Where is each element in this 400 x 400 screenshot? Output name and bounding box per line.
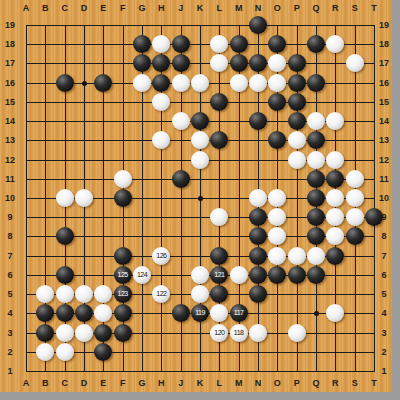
stone-white-J14[interactable] [172,112,190,130]
stone-black-M17[interactable] [230,54,248,72]
stone-black-G18[interactable] [133,35,151,53]
stone-black-H17[interactable] [152,54,170,72]
stone-black-Q11[interactable] [307,170,325,188]
left-row-label: 15 [3,96,17,108]
stone-black-O13[interactable] [268,131,286,149]
stone-white-Q7[interactable] [307,247,325,265]
star-point [82,81,87,86]
star-point [198,196,203,201]
stone-black-B3[interactable] [36,324,54,342]
stone-black-L6-move-121[interactable]: 121 [210,266,228,284]
stone-black-F7[interactable] [114,247,132,265]
top-col-label: Q [309,2,323,14]
right-row-label: 1 [377,365,391,377]
stone-black-O15[interactable] [268,93,286,111]
stone-white-O16[interactable] [268,74,286,92]
right-row-label: 10 [377,192,391,204]
bottom-col-label: F [116,377,130,389]
stone-black-J17[interactable] [172,54,190,72]
left-row-label: 2 [3,346,17,358]
stone-black-L15[interactable] [210,93,228,111]
stone-white-H7-move-126[interactable]: 126 [152,247,170,265]
bottom-col-label: P [290,377,304,389]
right-row-label: 4 [377,307,391,319]
right-row-label: 11 [377,173,391,185]
stone-black-N14[interactable] [249,112,267,130]
bottom-col-label: M [232,377,246,389]
bottom-col-label: S [348,377,362,389]
left-row-label: 16 [3,77,17,89]
bottom-col-label: D [77,377,91,389]
stone-black-K4-move-119[interactable]: 119 [191,304,209,322]
top-col-label: R [328,2,342,14]
left-row-label: 18 [3,38,17,50]
stone-black-F4[interactable] [114,304,132,322]
stone-white-L3-move-120[interactable]: 120 [210,324,228,342]
bottom-col-label: H [154,377,168,389]
go-board[interactable]: 126125124121123122119117120118 [0,0,392,392]
stone-black-N19[interactable] [249,16,267,34]
right-row-label: 17 [377,57,391,69]
right-row-label: 8 [377,230,391,242]
stone-white-R14[interactable] [326,112,344,130]
stone-black-F6-move-125[interactable]: 125 [114,266,132,284]
stone-black-F3[interactable] [114,324,132,342]
stone-white-D5[interactable] [75,285,93,303]
left-row-label: 10 [3,192,17,204]
stone-white-K6[interactable] [191,266,209,284]
stone-white-M16[interactable] [230,74,248,92]
stone-white-Q12[interactable] [307,151,325,169]
stone-black-H16[interactable] [152,74,170,92]
right-row-label: 7 [377,250,391,262]
top-col-label: N [251,2,265,14]
stone-black-E2[interactable] [94,343,112,361]
stone-black-G17[interactable] [133,54,151,72]
stone-white-K5[interactable] [191,285,209,303]
stone-black-Q8[interactable] [307,227,325,245]
stone-white-R9[interactable] [326,208,344,226]
stone-black-P16[interactable] [288,74,306,92]
top-col-label: C [58,2,72,14]
stone-black-R11[interactable] [326,170,344,188]
grid-vline [374,25,375,372]
top-col-label: F [116,2,130,14]
bottom-col-label: K [193,377,207,389]
stone-white-Q14[interactable] [307,112,325,130]
bottom-col-label: J [174,377,188,389]
top-col-label: P [290,2,304,14]
stone-white-B5[interactable] [36,285,54,303]
left-row-label: 7 [3,250,17,262]
stone-black-N17[interactable] [249,54,267,72]
stone-white-R10[interactable] [326,189,344,207]
right-row-label: 16 [377,77,391,89]
top-col-label: D [77,2,91,14]
stone-white-R8[interactable] [326,227,344,245]
stone-black-P15[interactable] [288,93,306,111]
stone-white-F11[interactable] [114,170,132,188]
top-col-label: K [193,2,207,14]
stone-white-S11[interactable] [346,170,364,188]
stone-white-R18[interactable] [326,35,344,53]
stone-black-E16[interactable] [94,74,112,92]
stone-black-C16[interactable] [56,74,74,92]
stone-white-L9[interactable] [210,208,228,226]
stone-black-B4[interactable] [36,304,54,322]
bottom-col-label: T [367,377,381,389]
bottom-col-label: E [96,377,110,389]
stone-white-P7[interactable] [288,247,306,265]
stone-white-O10[interactable] [268,189,286,207]
left-row-label: 9 [3,211,17,223]
stone-black-D4[interactable] [75,304,93,322]
stone-black-P6[interactable] [288,266,306,284]
top-col-label: L [212,2,226,14]
stone-black-N5[interactable] [249,285,267,303]
stone-white-S10[interactable] [346,189,364,207]
left-row-label: 8 [3,230,17,242]
bottom-col-label: O [270,377,284,389]
top-col-label: H [154,2,168,14]
bottom-col-label: R [328,377,342,389]
stone-white-M6[interactable] [230,266,248,284]
bottom-col-label: C [58,377,72,389]
stone-white-C2[interactable] [56,343,74,361]
top-col-label: G [135,2,149,14]
stone-white-N3[interactable] [249,324,267,342]
stone-black-F10[interactable] [114,189,132,207]
left-row-label: 6 [3,269,17,281]
stone-white-H13[interactable] [152,131,170,149]
stone-black-J4[interactable] [172,304,190,322]
stone-black-J11[interactable] [172,170,190,188]
stone-black-E3[interactable] [94,324,112,342]
stone-white-G6-move-124[interactable]: 124 [133,266,151,284]
right-row-label: 5 [377,288,391,300]
stone-black-C6[interactable] [56,266,74,284]
left-row-label: 11 [3,173,17,185]
stone-black-M18[interactable] [230,35,248,53]
stone-black-Q9[interactable] [307,208,325,226]
stone-white-H15[interactable] [152,93,170,111]
left-row-label: 1 [3,365,17,377]
left-row-label: 12 [3,154,17,166]
stone-white-H5-move-122[interactable]: 122 [152,285,170,303]
left-row-label: 3 [3,327,17,339]
stone-black-N7[interactable] [249,247,267,265]
top-col-label: M [232,2,246,14]
stone-white-P3[interactable] [288,324,306,342]
stone-white-G16[interactable] [133,74,151,92]
right-row-label: 14 [377,115,391,127]
stone-white-L18[interactable] [210,35,228,53]
stone-black-J18[interactable] [172,35,190,53]
stone-black-N9[interactable] [249,208,267,226]
stone-black-L7[interactable] [210,247,228,265]
stone-white-P13[interactable] [288,131,306,149]
right-row-label: 3 [377,327,391,339]
stone-white-C5[interactable] [56,285,74,303]
top-col-label: B [38,2,52,14]
grid-hline [26,371,375,372]
stone-black-P17[interactable] [288,54,306,72]
stone-white-C3[interactable] [56,324,74,342]
stone-white-O17[interactable] [268,54,286,72]
left-row-label: 19 [3,19,17,31]
stone-white-P12[interactable] [288,151,306,169]
bottom-col-label: A [19,377,33,389]
stone-black-Q10[interactable] [307,189,325,207]
stone-black-L5[interactable] [210,285,228,303]
stone-white-R4[interactable] [326,304,344,322]
stone-white-R12[interactable] [326,151,344,169]
stone-black-F5-move-123[interactable]: 123 [114,285,132,303]
stone-black-O6[interactable] [268,266,286,284]
stone-black-S8[interactable] [346,227,364,245]
grid-hline [26,352,375,353]
stone-black-M4-move-117[interactable]: 117 [230,304,248,322]
stone-white-E4[interactable] [94,304,112,322]
stone-white-L17[interactable] [210,54,228,72]
stone-black-N6[interactable] [249,266,267,284]
left-row-label: 4 [3,307,17,319]
stone-black-P14[interactable] [288,112,306,130]
bottom-col-label: L [212,377,226,389]
left-row-label: 13 [3,134,17,146]
left-row-label: 5 [3,288,17,300]
stone-black-Q6[interactable] [307,266,325,284]
stone-white-M3-move-118[interactable]: 118 [230,324,248,342]
stone-black-O18[interactable] [268,35,286,53]
top-col-label: A [19,2,33,14]
stone-white-O7[interactable] [268,247,286,265]
top-col-label: S [348,2,362,14]
stone-white-O8[interactable] [268,227,286,245]
stone-white-O9[interactable] [268,208,286,226]
star-point [314,311,319,316]
stone-white-D10[interactable] [75,189,93,207]
stone-white-C10[interactable] [56,189,74,207]
bottom-col-label: Q [309,377,323,389]
right-row-label: 13 [377,134,391,146]
stone-black-C4[interactable] [56,304,74,322]
stone-black-N8[interactable] [249,227,267,245]
right-row-label: 6 [377,269,391,281]
stone-white-N16[interactable] [249,74,267,92]
right-row-label: 9 [377,211,391,223]
left-row-label: 14 [3,115,17,127]
stone-black-Q16[interactable] [307,74,325,92]
stone-white-N10[interactable] [249,189,267,207]
right-row-label: 19 [377,19,391,31]
right-row-label: 15 [377,96,391,108]
stone-white-D3[interactable] [75,324,93,342]
stone-black-Q13[interactable] [307,131,325,149]
stone-white-K13[interactable] [191,131,209,149]
stone-white-L4[interactable] [210,304,228,322]
stone-white-K12[interactable] [191,151,209,169]
bottom-col-label: N [251,377,265,389]
top-col-label: E [96,2,110,14]
stone-black-L13[interactable] [210,131,228,149]
top-col-label: O [270,2,284,14]
right-row-label: 2 [377,346,391,358]
stone-black-K14[interactable] [191,112,209,130]
bottom-col-label: B [38,377,52,389]
stone-white-S17[interactable] [346,54,364,72]
stone-black-C8[interactable] [56,227,74,245]
stone-white-E5[interactable] [94,285,112,303]
bottom-col-label: G [135,377,149,389]
left-row-label: 17 [3,57,17,69]
top-col-label: J [174,2,188,14]
right-row-label: 18 [377,38,391,50]
stone-black-Q18[interactable] [307,35,325,53]
top-col-label: T [367,2,381,14]
right-row-label: 12 [377,154,391,166]
stone-white-J16[interactable] [172,74,190,92]
stone-white-B2[interactable] [36,343,54,361]
stone-white-S9[interactable] [346,208,364,226]
stone-black-R7[interactable] [326,247,344,265]
stone-white-K16[interactable] [191,74,209,92]
go-board-app: 126125124121123122119117120118 AABBCCDDE… [0,0,400,400]
stone-white-H18[interactable] [152,35,170,53]
